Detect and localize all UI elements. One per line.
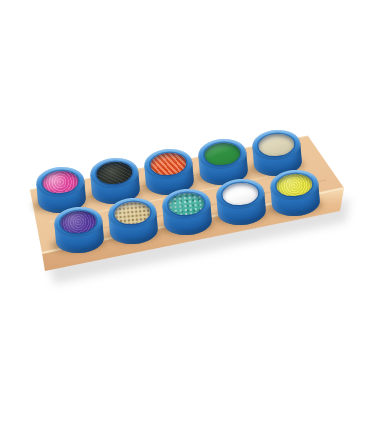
texture-pad-pink-fluff xyxy=(41,170,79,195)
texture-pad-green-smooth xyxy=(203,142,241,167)
texture-pad-orange-ribbed xyxy=(149,151,187,176)
texture-pad-white-smooth xyxy=(221,182,259,207)
cylinder-purple-felt[interactable] xyxy=(53,205,105,255)
cylinder-white-smooth[interactable] xyxy=(215,177,267,227)
texture-pad-yellow-felt xyxy=(275,173,313,198)
cylinder-pieces-layer xyxy=(0,0,370,423)
texture-pad-black-velvet xyxy=(95,160,133,185)
texture-pad-cream-smooth xyxy=(257,133,295,158)
cylinder-teal-glitter[interactable] xyxy=(161,186,213,236)
cylinder-yellow-felt[interactable] xyxy=(269,168,321,218)
product-scene xyxy=(0,0,370,423)
texture-pad-purple-felt xyxy=(59,210,97,235)
texture-pad-teal-glitter xyxy=(167,191,205,216)
cylinder-tan-woven[interactable] xyxy=(107,196,159,246)
texture-pad-tan-woven xyxy=(113,200,151,225)
